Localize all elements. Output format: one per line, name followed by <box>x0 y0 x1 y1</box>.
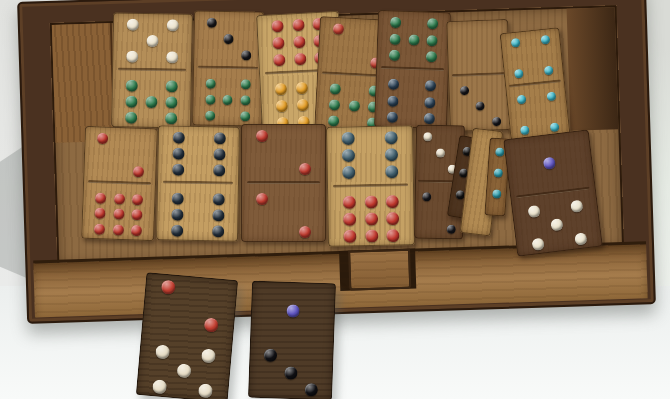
domino-2-2[interactable] <box>241 124 326 242</box>
domino-half-bottom <box>374 72 449 129</box>
pip <box>574 232 587 245</box>
pip <box>112 225 123 236</box>
domino-half-bottom <box>241 187 326 242</box>
pip <box>296 99 309 112</box>
standing-domino-2-5[interactable] <box>136 272 238 399</box>
pip <box>328 115 340 127</box>
pip <box>390 17 401 28</box>
pip <box>275 100 288 113</box>
pip <box>387 229 400 242</box>
pip <box>212 225 224 237</box>
pip <box>172 148 184 160</box>
pip <box>97 132 108 143</box>
pip <box>520 125 530 135</box>
pip <box>330 83 342 95</box>
pip <box>198 383 213 398</box>
pip <box>113 193 124 204</box>
pip <box>546 92 556 102</box>
pip <box>126 79 138 91</box>
pip <box>329 99 341 111</box>
pip <box>333 23 345 35</box>
pip <box>550 218 563 231</box>
domino-1-5[interactable] <box>503 129 603 257</box>
pip <box>264 349 277 362</box>
domino-4-4[interactable] <box>500 27 571 141</box>
pip <box>514 68 524 78</box>
pip <box>133 166 144 177</box>
pip <box>343 230 356 243</box>
domino-half-bottom <box>136 337 233 399</box>
domino-6-6[interactable] <box>156 125 240 241</box>
domino-divider <box>333 183 408 187</box>
pip <box>424 97 435 108</box>
pip <box>544 65 554 75</box>
pip <box>130 225 141 236</box>
domino-half-top <box>112 12 193 67</box>
pip <box>165 96 177 108</box>
pip <box>305 383 318 396</box>
pip <box>426 51 437 62</box>
pip <box>511 38 521 48</box>
pip <box>387 95 398 106</box>
pip <box>212 193 224 205</box>
pip <box>125 96 137 108</box>
domino-half-bottom <box>248 343 334 399</box>
pip <box>172 164 184 176</box>
pip <box>385 131 398 144</box>
pip <box>172 131 184 143</box>
domino-half-top <box>157 125 240 180</box>
domino-divider <box>247 181 320 184</box>
pip <box>386 212 399 225</box>
pip <box>286 304 299 317</box>
pip <box>388 79 399 90</box>
pip <box>364 212 377 225</box>
domino-half-top <box>250 281 336 339</box>
pip <box>385 148 398 161</box>
pip <box>293 53 306 66</box>
domino-half-top <box>376 10 451 67</box>
pip <box>113 209 124 220</box>
domino-divider <box>118 68 187 72</box>
domino-half-bottom <box>156 186 239 241</box>
pip <box>475 101 484 110</box>
domino-2-9[interactable] <box>81 126 158 241</box>
pip <box>295 82 308 95</box>
pip <box>204 318 219 333</box>
pip <box>341 132 354 145</box>
domino-divider <box>198 66 258 70</box>
pip <box>540 35 550 45</box>
pip <box>171 192 183 204</box>
pip <box>131 209 142 220</box>
pip <box>364 195 377 208</box>
pip <box>292 19 305 32</box>
domino-7-6[interactable] <box>374 10 451 129</box>
pip <box>386 195 399 208</box>
domino-half-top <box>193 10 264 65</box>
pip <box>167 19 179 31</box>
domino-half-top <box>241 124 326 179</box>
domino-divider <box>452 72 505 77</box>
pip <box>94 208 105 219</box>
pip <box>426 35 437 46</box>
pip <box>213 132 225 144</box>
pip <box>348 100 360 112</box>
pip <box>125 112 137 124</box>
pip <box>425 80 436 91</box>
pip <box>176 364 191 379</box>
photo-scene <box>0 0 670 399</box>
pip <box>390 33 401 44</box>
domino-divider <box>381 66 444 71</box>
pip <box>205 111 215 121</box>
pip <box>240 95 250 105</box>
pip <box>161 279 176 294</box>
pip <box>387 112 398 123</box>
pip <box>422 192 431 201</box>
pip <box>274 83 287 96</box>
pip <box>273 54 286 67</box>
pip <box>171 209 183 221</box>
pip <box>342 196 355 209</box>
pip <box>423 113 434 124</box>
pip <box>492 189 502 199</box>
pip <box>493 168 503 178</box>
pip <box>152 379 167 394</box>
pip <box>365 229 378 242</box>
pip <box>212 209 224 221</box>
pip <box>494 147 504 157</box>
pip <box>127 18 139 30</box>
pip <box>205 95 215 105</box>
domino-half-bottom <box>192 71 263 126</box>
pip <box>223 34 233 44</box>
pip <box>284 366 297 379</box>
pip <box>240 79 250 89</box>
domino-half-bottom <box>511 191 603 257</box>
domino-half-top <box>83 126 158 182</box>
pip <box>171 225 183 237</box>
pip <box>299 163 311 175</box>
pip <box>435 148 444 157</box>
pip <box>423 132 432 141</box>
pip <box>342 166 355 179</box>
domino-half-top <box>500 27 565 84</box>
domino-half-top <box>141 272 238 338</box>
domino-half-bottom <box>111 73 192 128</box>
pip <box>299 226 311 238</box>
pip <box>166 52 178 64</box>
domino-half-bottom <box>448 78 512 132</box>
pip <box>271 20 284 33</box>
domino-3-7[interactable] <box>192 10 264 126</box>
domino-half-top <box>503 129 595 195</box>
pip <box>531 238 544 251</box>
pip <box>256 130 268 142</box>
pip <box>94 224 105 235</box>
pip <box>570 199 583 212</box>
pip <box>146 35 158 47</box>
pip <box>166 80 178 92</box>
pip <box>491 116 500 125</box>
pip <box>155 344 170 359</box>
domino-divider <box>163 181 234 185</box>
pip <box>213 165 225 177</box>
pip <box>389 50 400 61</box>
pip <box>206 17 216 27</box>
pip <box>126 51 138 63</box>
pip <box>132 193 143 204</box>
pip <box>165 112 177 124</box>
dominoes-layer <box>0 0 670 399</box>
pip <box>293 36 306 49</box>
pip <box>222 95 232 105</box>
pip <box>241 51 251 61</box>
pip <box>543 156 556 169</box>
pip <box>145 96 157 108</box>
pip <box>240 111 250 121</box>
domino-half-top <box>326 125 414 183</box>
pip <box>517 95 527 105</box>
domino-half-bottom <box>327 189 415 247</box>
pip <box>201 348 216 363</box>
pip <box>408 34 419 45</box>
pip <box>272 37 285 50</box>
pip <box>550 122 560 132</box>
domino-5-7[interactable] <box>111 12 193 128</box>
domino-6-9[interactable] <box>326 125 415 247</box>
pip <box>385 165 398 178</box>
pip <box>205 78 215 88</box>
pip <box>527 205 540 218</box>
pip <box>446 225 455 234</box>
pip <box>213 148 225 160</box>
pip <box>256 193 268 205</box>
pip <box>342 149 355 162</box>
pip <box>427 18 438 29</box>
pip <box>95 192 106 203</box>
pip <box>343 213 356 226</box>
standing-domino-1-3[interactable] <box>248 281 336 399</box>
domino-half-bottom <box>81 186 156 242</box>
pip <box>459 86 468 95</box>
